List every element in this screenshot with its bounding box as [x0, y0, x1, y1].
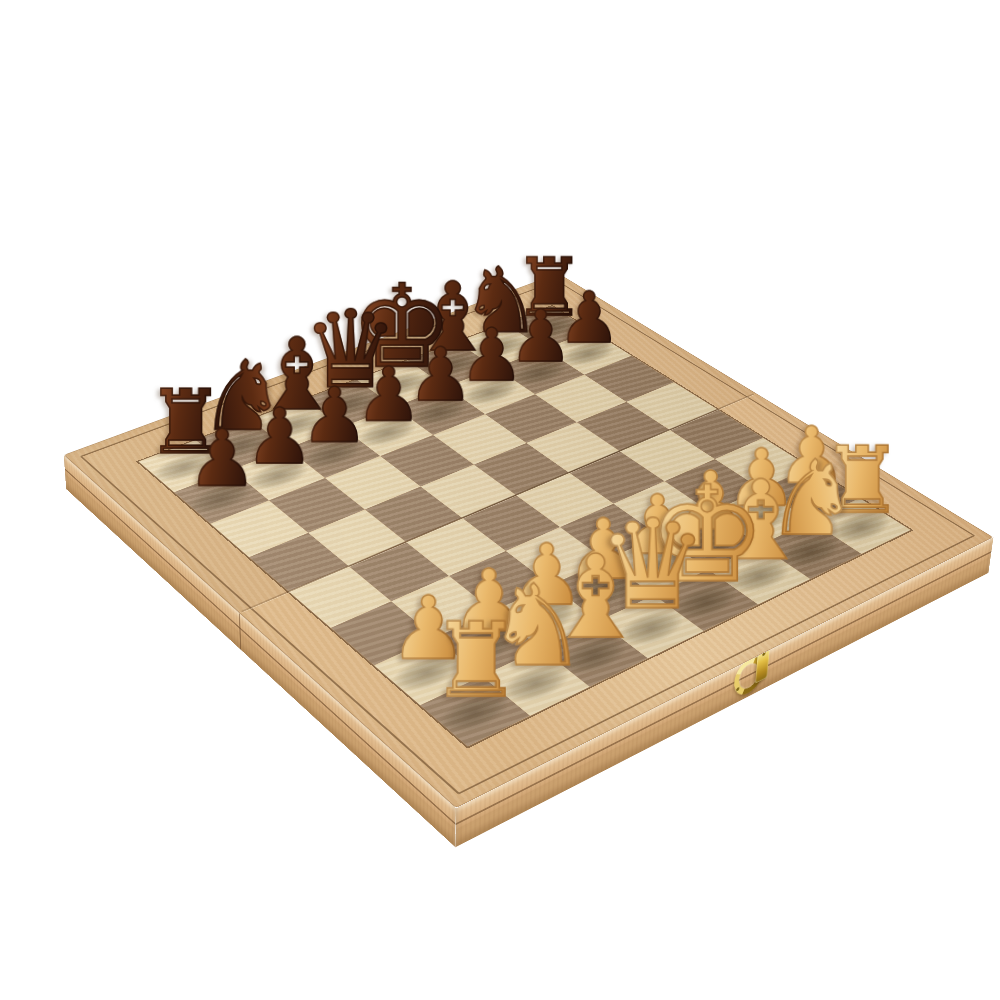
clasp-plate: [755, 645, 770, 684]
product-photo-stage: ♜♞♝♛♚♝♞♜♟♟♟♟♟♟♟♟♟♟♟♟♟♟♟♟♜♞♝♛♚♝♞♜: [0, 0, 1000, 1000]
perspective-scene: ♜♞♝♛♚♝♞♜♟♟♟♟♟♟♟♟♟♟♟♟♟♟♟♟♜♞♝♛♚♝♞♜: [0, 0, 1000, 1000]
chess-box: ♜♞♝♛♚♝♞♜♟♟♟♟♟♟♟♟♟♟♟♟♟♟♟♟♜♞♝♛♚♝♞♜: [64, 273, 994, 808]
piece-white-rook-a1[interactable]: ♜: [430, 609, 522, 712]
chessboard[interactable]: ♜♞♝♛♚♝♞♜♟♟♟♟♟♟♟♟♟♟♟♟♟♟♟♟♜♞♝♛♚♝♞♜: [136, 305, 914, 749]
fold-seam-side: [239, 613, 241, 651]
piece-black-pawn-a7[interactable]: ♟: [187, 419, 257, 497]
